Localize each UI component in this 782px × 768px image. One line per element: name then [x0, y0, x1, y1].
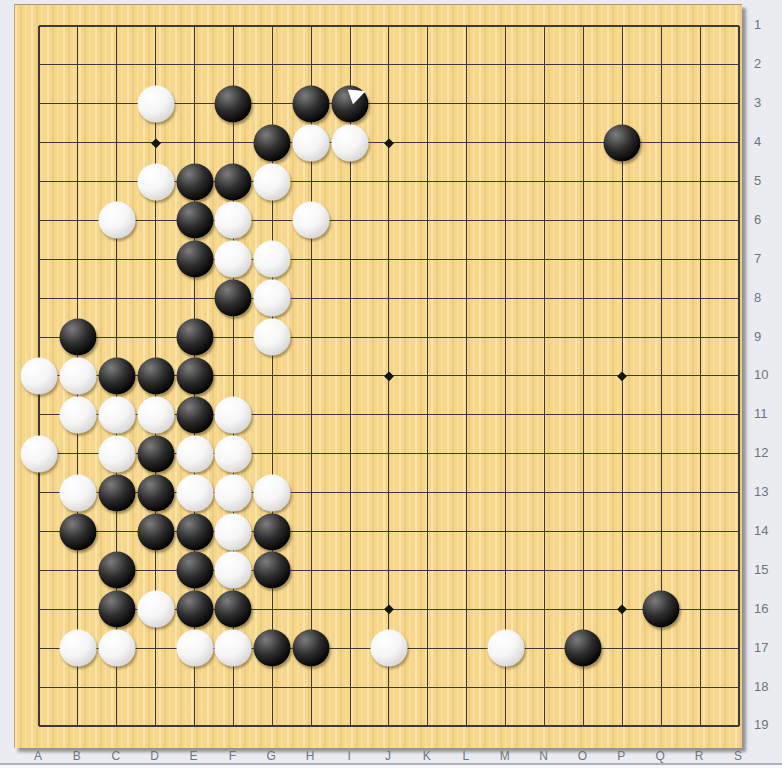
intersection-O8[interactable] [564, 279, 603, 318]
intersection-O5[interactable] [564, 162, 603, 201]
intersection-H8[interactable] [292, 279, 331, 318]
intersection-L3[interactable] [447, 84, 486, 123]
intersection-H15[interactable] [292, 551, 331, 590]
intersection-D2[interactable] [136, 45, 175, 84]
intersection-H5[interactable] [292, 162, 331, 201]
intersection-K3[interactable] [408, 84, 447, 123]
intersection-L17[interactable] [447, 629, 486, 668]
intersection-G18[interactable] [253, 668, 292, 707]
intersection-S2[interactable] [720, 45, 759, 84]
intersection-M14[interactable] [486, 512, 525, 551]
intersection-S7[interactable] [720, 240, 759, 279]
intersection-Q2[interactable] [642, 45, 681, 84]
intersection-O7[interactable] [564, 240, 603, 279]
intersection-C9[interactable] [97, 318, 136, 357]
intersection-E16[interactable] [175, 590, 214, 629]
intersection-M13[interactable] [486, 473, 525, 512]
intersection-N10[interactable] [525, 357, 564, 396]
intersection-L7[interactable] [447, 240, 486, 279]
intersection-M1[interactable] [486, 7, 525, 46]
intersection-R12[interactable] [681, 434, 720, 473]
intersection-G14[interactable] [253, 512, 292, 551]
intersection-B6[interactable] [58, 201, 97, 240]
intersection-R4[interactable] [681, 123, 720, 162]
intersection-D6[interactable] [136, 201, 175, 240]
intersection-C6[interactable] [97, 201, 136, 240]
intersection-D16[interactable] [136, 590, 175, 629]
intersection-Q6[interactable] [642, 201, 681, 240]
intersection-I10[interactable] [331, 357, 370, 396]
intersection-E18[interactable] [175, 668, 214, 707]
intersection-D15[interactable] [136, 551, 175, 590]
intersection-M6[interactable] [486, 201, 525, 240]
intersection-I17[interactable] [331, 629, 370, 668]
intersection-E10[interactable] [175, 357, 214, 396]
intersection-M10[interactable] [486, 357, 525, 396]
intersection-O9[interactable] [564, 318, 603, 357]
intersection-I11[interactable] [331, 395, 370, 434]
intersection-C8[interactable] [97, 279, 136, 318]
intersection-H2[interactable] [292, 45, 331, 84]
intersection-I15[interactable] [331, 551, 370, 590]
intersection-J4[interactable] [370, 123, 409, 162]
intersection-L9[interactable] [447, 318, 486, 357]
intersection-K7[interactable] [408, 240, 447, 279]
intersection-P10[interactable] [603, 357, 642, 396]
intersection-N1[interactable] [525, 7, 564, 46]
intersection-G16[interactable] [253, 590, 292, 629]
intersection-D19[interactable] [136, 707, 175, 746]
intersection-C4[interactable] [97, 123, 136, 162]
intersection-M9[interactable] [486, 318, 525, 357]
intersection-J12[interactable] [370, 434, 409, 473]
intersection-G5[interactable] [253, 162, 292, 201]
intersection-D5[interactable] [136, 162, 175, 201]
intersection-N6[interactable] [525, 201, 564, 240]
intersection-L8[interactable] [447, 279, 486, 318]
intersection-A18[interactable] [20, 668, 59, 707]
intersection-A9[interactable] [20, 318, 59, 357]
intersection-A19[interactable] [20, 707, 59, 746]
intersection-R10[interactable] [681, 357, 720, 396]
intersection-D3[interactable] [136, 84, 175, 123]
intersection-E7[interactable] [175, 240, 214, 279]
intersection-L4[interactable] [447, 123, 486, 162]
intersection-I4[interactable] [331, 123, 370, 162]
intersection-Q3[interactable] [642, 84, 681, 123]
intersection-O15[interactable] [564, 551, 603, 590]
intersection-H9[interactable] [292, 318, 331, 357]
intersection-D10[interactable] [136, 357, 175, 396]
intersection-S16[interactable] [720, 590, 759, 629]
intersection-Q7[interactable] [642, 240, 681, 279]
intersection-R2[interactable] [681, 45, 720, 84]
intersection-I13[interactable] [331, 473, 370, 512]
intersection-P13[interactable] [603, 473, 642, 512]
intersection-Q13[interactable] [642, 473, 681, 512]
intersection-K4[interactable] [408, 123, 447, 162]
intersection-Q16[interactable] [642, 590, 681, 629]
intersection-M16[interactable] [486, 590, 525, 629]
intersection-O10[interactable] [564, 357, 603, 396]
intersection-K13[interactable] [408, 473, 447, 512]
intersection-I2[interactable] [331, 45, 370, 84]
intersection-P4[interactable] [603, 123, 642, 162]
intersection-R9[interactable] [681, 318, 720, 357]
intersection-J2[interactable] [370, 45, 409, 84]
intersection-C3[interactable] [97, 84, 136, 123]
intersection-Q11[interactable] [642, 395, 681, 434]
intersection-L11[interactable] [447, 395, 486, 434]
intersection-S4[interactable] [720, 123, 759, 162]
intersection-L12[interactable] [447, 434, 486, 473]
intersection-B11[interactable] [58, 395, 97, 434]
intersection-H18[interactable] [292, 668, 331, 707]
intersection-E13[interactable] [175, 473, 214, 512]
intersection-C11[interactable] [97, 395, 136, 434]
intersection-P19[interactable] [603, 707, 642, 746]
intersection-E11[interactable] [175, 395, 214, 434]
intersection-R11[interactable] [681, 395, 720, 434]
intersection-S19[interactable] [720, 707, 759, 746]
intersection-E17[interactable] [175, 629, 214, 668]
intersection-K6[interactable] [408, 201, 447, 240]
intersection-B9[interactable] [58, 318, 97, 357]
intersection-K8[interactable] [408, 279, 447, 318]
intersection-N16[interactable] [525, 590, 564, 629]
intersection-G11[interactable] [253, 395, 292, 434]
intersection-L2[interactable] [447, 45, 486, 84]
intersection-A8[interactable] [20, 279, 59, 318]
intersection-N4[interactable] [525, 123, 564, 162]
intersection-D1[interactable] [136, 7, 175, 46]
intersection-Q15[interactable] [642, 551, 681, 590]
intersection-M3[interactable] [486, 84, 525, 123]
intersection-P1[interactable] [603, 7, 642, 46]
intersection-O12[interactable] [564, 434, 603, 473]
intersection-F8[interactable] [214, 279, 253, 318]
intersection-I7[interactable] [331, 240, 370, 279]
intersection-J8[interactable] [370, 279, 409, 318]
intersection-B14[interactable] [58, 512, 97, 551]
intersection-F15[interactable] [214, 551, 253, 590]
intersection-N12[interactable] [525, 434, 564, 473]
intersection-P18[interactable] [603, 668, 642, 707]
intersection-B3[interactable] [58, 84, 97, 123]
intersection-N13[interactable] [525, 473, 564, 512]
intersection-D13[interactable] [136, 473, 175, 512]
intersection-I6[interactable] [331, 201, 370, 240]
intersection-A2[interactable] [20, 45, 59, 84]
intersection-R3[interactable] [681, 84, 720, 123]
intersection-H12[interactable] [292, 434, 331, 473]
intersection-Q14[interactable] [642, 512, 681, 551]
intersection-C10[interactable] [97, 357, 136, 396]
intersection-R15[interactable] [681, 551, 720, 590]
intersection-E8[interactable] [175, 279, 214, 318]
intersection-B12[interactable] [58, 434, 97, 473]
intersection-E12[interactable] [175, 434, 214, 473]
intersection-L1[interactable] [447, 7, 486, 46]
intersection-K5[interactable] [408, 162, 447, 201]
intersection-O6[interactable] [564, 201, 603, 240]
intersection-F17[interactable] [214, 629, 253, 668]
intersection-J5[interactable] [370, 162, 409, 201]
intersection-R13[interactable] [681, 473, 720, 512]
intersection-F9[interactable] [214, 318, 253, 357]
intersection-E15[interactable] [175, 551, 214, 590]
intersection-A1[interactable] [20, 7, 59, 46]
intersection-B8[interactable] [58, 279, 97, 318]
intersection-D7[interactable] [136, 240, 175, 279]
intersection-G2[interactable] [253, 45, 292, 84]
intersection-I19[interactable] [331, 707, 370, 746]
intersection-R16[interactable] [681, 590, 720, 629]
intersection-N17[interactable] [525, 629, 564, 668]
intersection-K17[interactable] [408, 629, 447, 668]
intersection-I16[interactable] [331, 590, 370, 629]
intersection-S9[interactable] [720, 318, 759, 357]
intersection-P2[interactable] [603, 45, 642, 84]
intersection-E9[interactable] [175, 318, 214, 357]
intersection-O14[interactable] [564, 512, 603, 551]
intersection-O19[interactable] [564, 707, 603, 746]
intersection-N9[interactable] [525, 318, 564, 357]
intersection-F16[interactable] [214, 590, 253, 629]
intersection-J14[interactable] [370, 512, 409, 551]
intersection-D17[interactable] [136, 629, 175, 668]
intersection-C18[interactable] [97, 668, 136, 707]
intersection-K18[interactable] [408, 668, 447, 707]
intersection-H11[interactable] [292, 395, 331, 434]
intersection-H19[interactable] [292, 707, 331, 746]
intersection-A4[interactable] [20, 123, 59, 162]
intersection-K9[interactable] [408, 318, 447, 357]
intersection-Q18[interactable] [642, 668, 681, 707]
intersection-C14[interactable] [97, 512, 136, 551]
intersection-G10[interactable] [253, 357, 292, 396]
intersection-N11[interactable] [525, 395, 564, 434]
intersection-R7[interactable] [681, 240, 720, 279]
intersection-E4[interactable] [175, 123, 214, 162]
intersection-J11[interactable] [370, 395, 409, 434]
intersection-I8[interactable] [331, 279, 370, 318]
intersection-D14[interactable] [136, 512, 175, 551]
intersection-A6[interactable] [20, 201, 59, 240]
intersection-E2[interactable] [175, 45, 214, 84]
intersection-Q1[interactable] [642, 7, 681, 46]
intersection-Q12[interactable] [642, 434, 681, 473]
intersection-O17[interactable] [564, 629, 603, 668]
intersection-L10[interactable] [447, 357, 486, 396]
intersection-G1[interactable] [253, 7, 292, 46]
intersection-J19[interactable] [370, 707, 409, 746]
intersection-S5[interactable] [720, 162, 759, 201]
intersection-G19[interactable] [253, 707, 292, 746]
intersection-S10[interactable] [720, 357, 759, 396]
intersection-C19[interactable] [97, 707, 136, 746]
intersection-E19[interactable] [175, 707, 214, 746]
intersection-N3[interactable] [525, 84, 564, 123]
intersection-G12[interactable] [253, 434, 292, 473]
intersection-A15[interactable] [20, 551, 59, 590]
intersection-P14[interactable] [603, 512, 642, 551]
intersection-R6[interactable] [681, 201, 720, 240]
intersection-H3[interactable] [292, 84, 331, 123]
intersection-R1[interactable] [681, 7, 720, 46]
intersection-G7[interactable] [253, 240, 292, 279]
intersection-I12[interactable] [331, 434, 370, 473]
intersection-S14[interactable] [720, 512, 759, 551]
intersection-S8[interactable] [720, 279, 759, 318]
intersection-D12[interactable] [136, 434, 175, 473]
intersection-I1[interactable] [331, 7, 370, 46]
intersection-F3[interactable] [214, 84, 253, 123]
intersection-L16[interactable] [447, 590, 486, 629]
intersection-J16[interactable] [370, 590, 409, 629]
intersection-L5[interactable] [447, 162, 486, 201]
intersection-O4[interactable] [564, 123, 603, 162]
intersection-N8[interactable] [525, 279, 564, 318]
intersection-C17[interactable] [97, 629, 136, 668]
intersection-O1[interactable] [564, 7, 603, 46]
intersection-B10[interactable] [58, 357, 97, 396]
intersection-S1[interactable] [720, 7, 759, 46]
intersection-F5[interactable] [214, 162, 253, 201]
intersection-A5[interactable] [20, 162, 59, 201]
intersection-F7[interactable] [214, 240, 253, 279]
intersection-I5[interactable] [331, 162, 370, 201]
intersection-L14[interactable] [447, 512, 486, 551]
intersection-G9[interactable] [253, 318, 292, 357]
intersection-O16[interactable] [564, 590, 603, 629]
intersection-F13[interactable] [214, 473, 253, 512]
intersection-J17[interactable] [370, 629, 409, 668]
intersection-J3[interactable] [370, 84, 409, 123]
intersection-R19[interactable] [681, 707, 720, 746]
intersection-R18[interactable] [681, 668, 720, 707]
intersection-H14[interactable] [292, 512, 331, 551]
intersection-R14[interactable] [681, 512, 720, 551]
intersection-C1[interactable] [97, 7, 136, 46]
intersection-F11[interactable] [214, 395, 253, 434]
intersection-C16[interactable] [97, 590, 136, 629]
intersection-D18[interactable] [136, 668, 175, 707]
intersection-A12[interactable] [20, 434, 59, 473]
intersection-K11[interactable] [408, 395, 447, 434]
intersection-E3[interactable] [175, 84, 214, 123]
intersection-P12[interactable] [603, 434, 642, 473]
intersection-P15[interactable] [603, 551, 642, 590]
intersection-H17[interactable] [292, 629, 331, 668]
intersection-M18[interactable] [486, 668, 525, 707]
intersection-J9[interactable] [370, 318, 409, 357]
intersection-L19[interactable] [447, 707, 486, 746]
intersection-H4[interactable] [292, 123, 331, 162]
intersection-I14[interactable] [331, 512, 370, 551]
intersection-S12[interactable] [720, 434, 759, 473]
intersection-C7[interactable] [97, 240, 136, 279]
intersection-L15[interactable] [447, 551, 486, 590]
intersection-M15[interactable] [486, 551, 525, 590]
intersection-I9[interactable] [331, 318, 370, 357]
intersection-L18[interactable] [447, 668, 486, 707]
intersection-K14[interactable] [408, 512, 447, 551]
intersection-B4[interactable] [58, 123, 97, 162]
intersection-Q19[interactable] [642, 707, 681, 746]
intersection-B5[interactable] [58, 162, 97, 201]
intersection-J1[interactable] [370, 7, 409, 46]
intersection-I18[interactable] [331, 668, 370, 707]
intersection-N7[interactable] [525, 240, 564, 279]
intersection-G17[interactable] [253, 629, 292, 668]
intersection-B7[interactable] [58, 240, 97, 279]
intersection-G15[interactable] [253, 551, 292, 590]
intersection-M12[interactable] [486, 434, 525, 473]
intersection-F6[interactable] [214, 201, 253, 240]
intersection-E14[interactable] [175, 512, 214, 551]
intersection-K16[interactable] [408, 590, 447, 629]
intersection-B16[interactable] [58, 590, 97, 629]
intersection-J7[interactable] [370, 240, 409, 279]
intersection-Q8[interactable] [642, 279, 681, 318]
intersection-N5[interactable] [525, 162, 564, 201]
intersection-L6[interactable] [447, 201, 486, 240]
intersection-J18[interactable] [370, 668, 409, 707]
intersection-H1[interactable] [292, 7, 331, 46]
intersection-B17[interactable] [58, 629, 97, 668]
intersection-H10[interactable] [292, 357, 331, 396]
intersection-P11[interactable] [603, 395, 642, 434]
intersection-Q9[interactable] [642, 318, 681, 357]
intersection-I3[interactable] [331, 84, 370, 123]
intersection-O2[interactable] [564, 45, 603, 84]
intersection-M17[interactable] [486, 629, 525, 668]
intersection-F1[interactable] [214, 7, 253, 46]
intersection-H6[interactable] [292, 201, 331, 240]
intersection-A11[interactable] [20, 395, 59, 434]
intersection-J6[interactable] [370, 201, 409, 240]
intersection-J10[interactable] [370, 357, 409, 396]
intersection-D9[interactable] [136, 318, 175, 357]
intersection-C15[interactable] [97, 551, 136, 590]
intersection-O11[interactable] [564, 395, 603, 434]
intersection-O18[interactable] [564, 668, 603, 707]
intersection-K1[interactable] [408, 7, 447, 46]
intersection-L13[interactable] [447, 473, 486, 512]
intersection-G8[interactable] [253, 279, 292, 318]
intersection-F12[interactable] [214, 434, 253, 473]
intersection-N14[interactable] [525, 512, 564, 551]
intersection-M8[interactable] [486, 279, 525, 318]
intersection-S15[interactable] [720, 551, 759, 590]
intersection-F4[interactable] [214, 123, 253, 162]
intersection-A3[interactable] [20, 84, 59, 123]
intersection-S6[interactable] [720, 201, 759, 240]
intersection-G4[interactable] [253, 123, 292, 162]
intersection-B15[interactable] [58, 551, 97, 590]
intersection-P5[interactable] [603, 162, 642, 201]
intersection-N18[interactable] [525, 668, 564, 707]
intersection-E5[interactable] [175, 162, 214, 201]
intersection-A16[interactable] [20, 590, 59, 629]
intersection-E1[interactable] [175, 7, 214, 46]
intersection-S13[interactable] [720, 473, 759, 512]
intersection-P16[interactable] [603, 590, 642, 629]
intersection-C5[interactable] [97, 162, 136, 201]
intersection-N2[interactable] [525, 45, 564, 84]
intersection-M11[interactable] [486, 395, 525, 434]
